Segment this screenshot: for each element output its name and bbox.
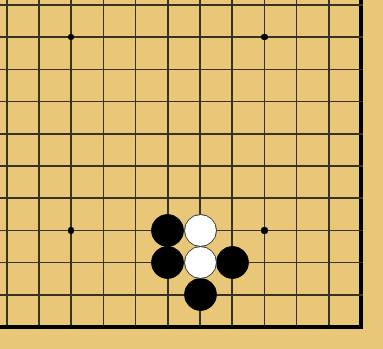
black-stone-O2[interactable] xyxy=(184,278,217,311)
star-point-K4 xyxy=(68,227,75,234)
grid-line-horizontal xyxy=(0,4,363,6)
board-edge-bottom xyxy=(0,325,363,329)
white-stone-O4[interactable] xyxy=(184,214,217,247)
black-stone-N3[interactable] xyxy=(151,246,184,279)
go-diagram xyxy=(0,0,383,349)
star-point-K10 xyxy=(68,34,75,41)
star-point-Q10 xyxy=(261,34,268,41)
star-point-Q4 xyxy=(261,227,268,234)
grid-line-horizontal xyxy=(0,101,363,103)
grid-line-horizontal xyxy=(0,133,363,135)
grid-line-horizontal xyxy=(0,165,363,167)
white-stone-O3[interactable] xyxy=(184,246,217,279)
grid-line-horizontal xyxy=(0,294,363,296)
grid-line-horizontal xyxy=(0,36,363,38)
black-stone-N4[interactable] xyxy=(151,214,184,247)
go-board[interactable] xyxy=(0,0,383,349)
black-stone-P3[interactable] xyxy=(216,246,249,279)
grid-line-horizontal xyxy=(0,69,363,71)
grid-line-horizontal xyxy=(0,197,363,199)
